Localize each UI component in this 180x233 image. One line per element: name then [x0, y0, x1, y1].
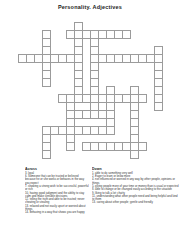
clue-item: 10. having good judgment and the ability…: [25, 191, 89, 198]
clue-item: 7. showing a strong wish to be successfu…: [25, 184, 89, 191]
worksheet-page: Personality. Adjectives Across 3. loyal6…: [0, 0, 180, 233]
grid-cell[interactable]: [66, 142, 75, 151]
clue-item: 11. understanding what other people need…: [92, 194, 179, 201]
across-clue-list: 3. loyal6. Someone that can be trusted o…: [25, 171, 89, 214]
across-header: Across: [25, 167, 89, 171]
grid-cell[interactable]: [42, 150, 51, 159]
grid-cell[interactable]: [106, 126, 115, 135]
down-clue-list: 1. able to do something very well2. Eage…: [92, 171, 179, 204]
clue-item: 13. caring about other people; gentle an…: [92, 201, 179, 204]
grid-cell[interactable]: [138, 142, 147, 151]
clue-item: 14. behaving in a way that shows you are…: [25, 211, 89, 214]
across-clues-column: Across 3. loyal6. Someone that can be tr…: [25, 167, 89, 233]
clue-item: 13. relaxed and not easily upset or worr…: [25, 204, 89, 211]
grid-cell[interactable]: [122, 30, 131, 39]
clue-item: 12. telling the truth and able to be tru…: [25, 197, 89, 204]
down-header: Down: [92, 167, 179, 171]
page-title: Personality. Adjectives: [0, 4, 180, 10]
grid-cell[interactable]: [42, 78, 51, 87]
clue-item: 6. Someone that can be trusted or believ…: [25, 174, 89, 184]
grid-cell[interactable]: [130, 150, 139, 159]
clue-item: 4. not influenced or worried in any way …: [92, 178, 179, 185]
grid-cell[interactable]: [154, 102, 163, 111]
grid-cell[interactable]: [138, 94, 147, 103]
down-clues-column: Down 1. able to do something very well2.…: [92, 167, 179, 233]
crossword-grid: [18, 22, 179, 159]
